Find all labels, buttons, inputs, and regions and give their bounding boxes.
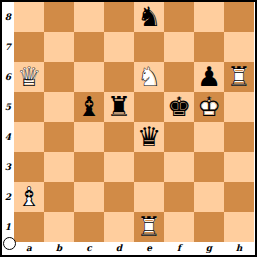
square-f6[interactable] <box>164 62 194 92</box>
square-f8[interactable] <box>164 2 194 32</box>
square-a1[interactable] <box>14 212 44 242</box>
square-b6[interactable] <box>44 62 74 92</box>
piece-white-rook[interactable]: ♜♖ <box>224 62 254 92</box>
square-e2[interactable] <box>134 182 164 212</box>
queen-outline: ♕ <box>17 62 41 92</box>
square-g4[interactable] <box>194 122 224 152</box>
square-a7[interactable] <box>14 32 44 62</box>
piece-white-bishop[interactable]: ♝♗ <box>14 182 44 212</box>
piece-black-rook[interactable]: ♜ <box>104 92 134 122</box>
square-f4[interactable] <box>164 122 194 152</box>
white-to-move-indicator <box>3 237 16 250</box>
square-b1[interactable] <box>44 212 74 242</box>
square-c6[interactable] <box>74 62 104 92</box>
rank-labels: 87654321 <box>2 2 14 242</box>
square-a4[interactable] <box>14 122 44 152</box>
square-e7[interactable] <box>134 32 164 62</box>
rank-label-6: 6 <box>2 62 14 92</box>
square-d2[interactable] <box>104 182 134 212</box>
square-e3[interactable] <box>134 152 164 182</box>
square-h5[interactable] <box>224 92 254 122</box>
rank-label-7: 7 <box>2 32 14 62</box>
file-label-g: g <box>194 242 224 254</box>
chess-diagram: 87654321 ♞♛♕♞♘♟♜♖♝♜♚♚♔♛♝♗♜♖ abcdefgh <box>0 0 257 257</box>
square-f7[interactable] <box>164 32 194 62</box>
rook-outline: ♖ <box>227 62 251 92</box>
chess-board: ♞♛♕♞♘♟♜♖♝♜♚♚♔♛♝♗♜♖ <box>14 2 254 242</box>
square-e8[interactable]: ♞ <box>134 2 164 32</box>
square-b5[interactable] <box>44 92 74 122</box>
square-c3[interactable] <box>74 152 104 182</box>
square-e5[interactable] <box>134 92 164 122</box>
square-g5[interactable]: ♚♔ <box>194 92 224 122</box>
square-e1[interactable]: ♜♖ <box>134 212 164 242</box>
square-d4[interactable] <box>104 122 134 152</box>
square-b8[interactable] <box>44 2 74 32</box>
square-a2[interactable]: ♝♗ <box>14 182 44 212</box>
square-g8[interactable] <box>194 2 224 32</box>
square-g7[interactable] <box>194 32 224 62</box>
square-f3[interactable] <box>164 152 194 182</box>
rank-label-8: 8 <box>2 2 14 32</box>
file-label-a: a <box>14 242 44 254</box>
square-c2[interactable] <box>74 182 104 212</box>
piece-white-king[interactable]: ♚♔ <box>194 92 224 122</box>
square-f5[interactable]: ♚ <box>164 92 194 122</box>
square-c4[interactable] <box>74 122 104 152</box>
rank-label-3: 3 <box>2 152 14 182</box>
king-outline: ♔ <box>197 92 221 122</box>
square-f2[interactable] <box>164 182 194 212</box>
piece-black-bishop[interactable]: ♝ <box>74 92 104 122</box>
piece-white-knight[interactable]: ♞♘ <box>134 62 164 92</box>
piece-black-pawn[interactable]: ♟ <box>194 62 224 92</box>
file-label-d: d <box>104 242 134 254</box>
file-label-e: e <box>134 242 164 254</box>
square-b7[interactable] <box>44 32 74 62</box>
piece-white-rook[interactable]: ♜♖ <box>134 212 164 242</box>
knight-outline: ♘ <box>137 62 161 92</box>
square-e6[interactable]: ♞♘ <box>134 62 164 92</box>
square-a3[interactable] <box>14 152 44 182</box>
square-h1[interactable] <box>224 212 254 242</box>
rank-label-4: 4 <box>2 122 14 152</box>
square-g6[interactable]: ♟ <box>194 62 224 92</box>
piece-black-queen[interactable]: ♛ <box>134 122 164 152</box>
square-h2[interactable] <box>224 182 254 212</box>
square-c7[interactable] <box>74 32 104 62</box>
square-g3[interactable] <box>194 152 224 182</box>
square-c1[interactable] <box>74 212 104 242</box>
square-h8[interactable] <box>224 2 254 32</box>
square-d5[interactable]: ♜ <box>104 92 134 122</box>
square-c5[interactable]: ♝ <box>74 92 104 122</box>
file-labels: abcdefgh <box>14 242 254 254</box>
square-b4[interactable] <box>44 122 74 152</box>
square-h3[interactable] <box>224 152 254 182</box>
rook-outline: ♖ <box>137 212 161 242</box>
square-e4[interactable]: ♛ <box>134 122 164 152</box>
square-d3[interactable] <box>104 152 134 182</box>
file-label-h: h <box>224 242 254 254</box>
square-a6[interactable]: ♛♕ <box>14 62 44 92</box>
square-h7[interactable] <box>224 32 254 62</box>
square-g2[interactable] <box>194 182 224 212</box>
square-d7[interactable] <box>104 32 134 62</box>
piece-white-queen[interactable]: ♛♕ <box>14 62 44 92</box>
square-a8[interactable] <box>14 2 44 32</box>
square-a5[interactable] <box>14 92 44 122</box>
square-c8[interactable] <box>74 2 104 32</box>
square-f1[interactable] <box>164 212 194 242</box>
file-label-f: f <box>164 242 194 254</box>
rank-label-5: 5 <box>2 92 14 122</box>
square-b2[interactable] <box>44 182 74 212</box>
piece-black-knight[interactable]: ♞ <box>134 2 164 32</box>
square-d8[interactable] <box>104 2 134 32</box>
square-h4[interactable] <box>224 122 254 152</box>
square-g1[interactable] <box>194 212 224 242</box>
square-d6[interactable] <box>104 62 134 92</box>
piece-black-king[interactable]: ♚ <box>164 92 194 122</box>
square-h6[interactable]: ♜♖ <box>224 62 254 92</box>
bishop-outline: ♗ <box>17 182 41 212</box>
square-d1[interactable] <box>104 212 134 242</box>
file-label-b: b <box>44 242 74 254</box>
rank-label-2: 2 <box>2 182 14 212</box>
square-b3[interactable] <box>44 152 74 182</box>
file-label-c: c <box>74 242 104 254</box>
